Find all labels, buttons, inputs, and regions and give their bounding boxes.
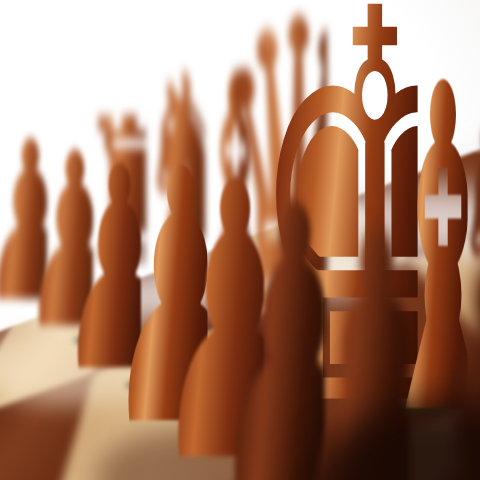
chess-photo: ♜♞♝♛♚♝♞♟♟♟♟♟♟♟♟ [0,0,480,480]
board-grid [0,0,480,402]
knight-queenside-piece: ♞ [139,44,205,275]
chess-board [0,156,480,480]
